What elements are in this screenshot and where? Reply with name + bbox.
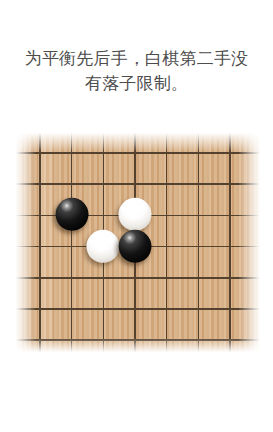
white-stone xyxy=(87,229,120,262)
white-stone xyxy=(118,198,151,231)
grid-line-vertical xyxy=(39,130,41,356)
grid-line-horizontal xyxy=(12,339,264,341)
grid-line-horizontal xyxy=(12,277,264,279)
grid-line-horizontal xyxy=(12,183,264,185)
board-fade-top xyxy=(12,130,264,152)
grid-line-horizontal xyxy=(12,308,264,310)
black-stone xyxy=(118,229,151,262)
instruction-text: 为平衡先后手，白棋第二手没有落子限制。 xyxy=(22,46,252,96)
grid-line-vertical xyxy=(229,130,231,356)
grid-line-horizontal xyxy=(12,152,264,154)
grid-line-vertical xyxy=(166,130,168,356)
grid-line-vertical xyxy=(71,130,73,356)
grid-line-vertical xyxy=(261,130,263,356)
grid-line-vertical xyxy=(198,130,200,356)
black-stone xyxy=(55,198,88,231)
board-fade-left xyxy=(12,130,36,356)
go-board[interactable] xyxy=(12,130,264,356)
